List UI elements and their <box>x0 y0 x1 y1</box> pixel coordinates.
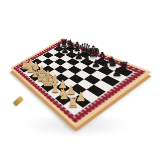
brass-clasp <box>13 96 24 106</box>
chess-set-photo: ♜♞♟♝♟♛♟♚♟♟♝♟♟♞♜♟♟♜♞♟♟♝♟♛♟♚♟♝♟♞♟♜ <box>0 0 160 160</box>
